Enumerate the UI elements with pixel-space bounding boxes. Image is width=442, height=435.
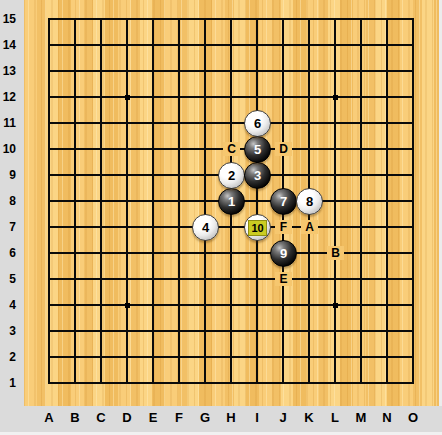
star-point-D12 <box>125 95 130 100</box>
column-coordinate-N: N <box>378 410 396 426</box>
column-coordinate-G: G <box>196 410 214 426</box>
move-number: 9 <box>280 247 287 260</box>
move-number: 4 <box>202 221 209 234</box>
board-label-C: C <box>223 142 240 156</box>
column-coordinate-H: H <box>222 410 240 426</box>
stone-7-black: 7 <box>270 188 297 215</box>
grid-line-vertical <box>412 18 414 384</box>
column-coordinate-K: K <box>300 410 318 426</box>
row-coordinate-9: 9 <box>0 167 16 183</box>
row-coordinate-5: 5 <box>0 271 16 287</box>
star-point-L4 <box>333 303 338 308</box>
stone-9-black: 9 <box>270 240 297 267</box>
column-coordinate-D: D <box>118 410 136 426</box>
stone-4-white: 4 <box>192 214 219 241</box>
board-label-B: B <box>327 246 344 260</box>
move-number: 2 <box>228 169 235 182</box>
row-coordinate-12: 12 <box>0 89 16 105</box>
row-coordinate-3: 3 <box>0 323 16 339</box>
move-number: 1 <box>228 195 235 208</box>
row-coordinate-7: 7 <box>0 219 16 235</box>
grid-line-vertical <box>386 18 388 384</box>
row-coordinate-2: 2 <box>0 349 16 365</box>
stone-10-white: 10 <box>244 214 271 241</box>
stone-8-white: 8 <box>296 188 323 215</box>
grid-line-horizontal <box>48 356 414 358</box>
move-number: 7 <box>280 195 287 208</box>
column-coordinate-C: C <box>92 410 110 426</box>
column-coordinate-L: L <box>326 410 344 426</box>
row-coordinate-11: 11 <box>0 115 16 131</box>
move-number: 8 <box>306 195 313 208</box>
row-coordinate-8: 8 <box>0 193 16 209</box>
stone-5-black: 5 <box>244 136 271 163</box>
move-number: 6 <box>254 117 261 130</box>
row-coordinate-1: 1 <box>0 375 16 391</box>
row-coordinate-13: 13 <box>0 63 16 79</box>
column-coordinate-M: M <box>352 410 370 426</box>
board-label-A: A <box>301 220 318 234</box>
column-coordinate-O: O <box>404 410 422 426</box>
stone-3-black: 3 <box>244 162 271 189</box>
column-coordinate-A: A <box>40 410 58 426</box>
column-coordinate-B: B <box>66 410 84 426</box>
move-number: 5 <box>254 143 261 156</box>
star-point-D4 <box>125 303 130 308</box>
stone-6-white: 6 <box>244 110 271 137</box>
column-coordinate-E: E <box>144 410 162 426</box>
move-number: 3 <box>254 169 261 182</box>
board-label-F: F <box>275 220 292 234</box>
row-coordinate-15: 15 <box>0 11 16 27</box>
row-coordinate-6: 6 <box>0 245 16 261</box>
column-coordinate-F: F <box>170 410 188 426</box>
board-label-E: E <box>275 272 292 286</box>
grid-line-horizontal <box>48 382 414 384</box>
row-coordinate-4: 4 <box>0 297 16 313</box>
row-coordinate-10: 10 <box>0 141 16 157</box>
board-label-D: D <box>275 142 292 156</box>
column-coordinate-J: J <box>274 410 292 426</box>
row-coordinate-14: 14 <box>0 37 16 53</box>
stone-1-black: 1 <box>218 188 245 215</box>
column-coordinate-I: I <box>248 410 266 426</box>
star-point-L12 <box>333 95 338 100</box>
last-move-number-highlight: 10 <box>249 221 265 235</box>
go-diagram-window: 151413121110987654321ABCDEFGHIJKLMNOABCD… <box>0 0 442 435</box>
grid-line-horizontal <box>48 330 414 332</box>
stone-2-white: 2 <box>218 162 245 189</box>
